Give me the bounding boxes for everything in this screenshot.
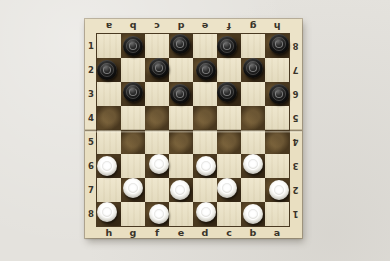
square-e5[interactable] (169, 130, 193, 154)
square-a3[interactable] (265, 82, 289, 106)
rank-label-left-1: 1 (85, 34, 97, 58)
file-label-top-d: d (169, 19, 193, 34)
square-a5[interactable] (265, 130, 289, 154)
square-d6[interactable] (193, 154, 217, 178)
white-piece-a7[interactable] (269, 180, 289, 200)
square-e8[interactable] (169, 202, 193, 226)
black-piece-g1[interactable] (123, 36, 143, 56)
white-piece-h8[interactable] (97, 202, 117, 222)
square-e6[interactable] (169, 154, 193, 178)
square-f5[interactable] (145, 130, 169, 154)
square-h8[interactable] (97, 202, 121, 226)
rank-label-right-3: 3 (289, 154, 302, 178)
square-f7[interactable] (145, 178, 169, 202)
square-g6[interactable] (121, 154, 145, 178)
square-a1[interactable] (265, 34, 289, 58)
square-a4[interactable] (265, 106, 289, 130)
file-label-top-a: a (97, 19, 121, 34)
file-label-bottom-d: d (193, 226, 217, 238)
square-f8[interactable] (145, 202, 169, 226)
square-d2[interactable] (193, 58, 217, 82)
square-d4[interactable] (193, 106, 217, 130)
white-piece-b8[interactable] (243, 204, 263, 224)
file-label-bottom-b: b (241, 226, 265, 238)
square-f1[interactable] (145, 34, 169, 58)
white-piece-h6[interactable] (97, 156, 117, 176)
square-a8[interactable] (265, 202, 289, 226)
rank-label-right-8: 8 (289, 34, 302, 58)
square-d7[interactable] (193, 178, 217, 202)
square-f2[interactable] (145, 58, 169, 82)
square-e4[interactable] (169, 106, 193, 130)
white-piece-d6[interactable] (196, 156, 216, 176)
black-piece-h2[interactable] (97, 60, 117, 80)
square-h3[interactable] (97, 82, 121, 106)
file-label-top-g: g (241, 19, 265, 34)
square-b7[interactable] (241, 178, 265, 202)
square-c3[interactable] (217, 82, 241, 106)
black-piece-a3[interactable] (269, 84, 289, 104)
black-piece-e3[interactable] (170, 84, 190, 104)
rank-label-left-5: 5 (85, 130, 97, 154)
black-piece-f2[interactable] (149, 58, 169, 78)
square-g5[interactable] (121, 130, 145, 154)
square-b3[interactable] (241, 82, 265, 106)
square-g7[interactable] (121, 178, 145, 202)
square-e2[interactable] (169, 58, 193, 82)
file-label-bottom-f: f (145, 226, 169, 238)
rank-label-right-7: 7 (289, 58, 302, 82)
square-h7[interactable] (97, 178, 121, 202)
white-piece-f6[interactable] (149, 154, 169, 174)
file-label-top-c: c (145, 19, 169, 34)
rank-labels-right: 12345678 (289, 34, 302, 226)
rank-label-left-4: 4 (85, 106, 97, 130)
file-labels-top: hgfedcba (97, 19, 289, 34)
square-b5[interactable] (241, 130, 265, 154)
rank-label-right-1: 1 (289, 202, 302, 226)
square-c4[interactable] (217, 106, 241, 130)
black-piece-d2[interactable] (196, 60, 216, 80)
square-c1[interactable] (217, 34, 241, 58)
rank-labels-left: 12345678 (85, 34, 97, 226)
square-g2[interactable] (121, 58, 145, 82)
file-label-bottom-a: a (265, 226, 289, 238)
black-piece-a1[interactable] (269, 34, 289, 54)
square-c2[interactable] (217, 58, 241, 82)
black-piece-c3[interactable] (217, 82, 237, 102)
square-g1[interactable] (121, 34, 145, 58)
square-h1[interactable] (97, 34, 121, 58)
square-h6[interactable] (97, 154, 121, 178)
file-labels-bottom: hgfedcba (97, 226, 289, 238)
square-h4[interactable] (97, 106, 121, 130)
rank-label-left-8: 8 (85, 202, 97, 226)
white-piece-b6[interactable] (243, 154, 263, 174)
square-e7[interactable] (169, 178, 193, 202)
white-piece-f8[interactable] (149, 204, 169, 224)
square-b1[interactable] (241, 34, 265, 58)
square-b8[interactable] (241, 202, 265, 226)
square-a2[interactable] (265, 58, 289, 82)
square-h2[interactable] (97, 58, 121, 82)
square-a6[interactable] (265, 154, 289, 178)
rank-label-right-6: 6 (289, 82, 302, 106)
file-label-top-e: e (193, 19, 217, 34)
photo-background: hgfedcba hgfedcba 12345678 12345678 (0, 0, 390, 261)
rank-label-left-7: 7 (85, 178, 97, 202)
white-piece-c7[interactable] (217, 178, 237, 198)
rank-label-left-3: 3 (85, 82, 97, 106)
square-g4[interactable] (121, 106, 145, 130)
rank-label-right-2: 2 (289, 178, 302, 202)
file-label-bottom-c: c (217, 226, 241, 238)
rank-label-left-2: 2 (85, 58, 97, 82)
square-d5[interactable] (193, 130, 217, 154)
square-b6[interactable] (241, 154, 265, 178)
square-d8[interactable] (193, 202, 217, 226)
square-c5[interactable] (217, 130, 241, 154)
square-a7[interactable] (265, 178, 289, 202)
white-piece-d8[interactable] (196, 202, 216, 222)
file-label-top-f: f (217, 19, 241, 34)
black-piece-e1[interactable] (170, 34, 190, 54)
square-e1[interactable] (169, 34, 193, 58)
black-piece-g3[interactable] (123, 82, 143, 102)
square-g8[interactable] (121, 202, 145, 226)
file-label-bottom-g: g (121, 226, 145, 238)
file-label-bottom-e: e (169, 226, 193, 238)
square-d3[interactable] (193, 82, 217, 106)
square-f6[interactable] (145, 154, 169, 178)
file-label-top-h: h (265, 19, 289, 34)
black-piece-c1[interactable] (217, 36, 237, 56)
square-f4[interactable] (145, 106, 169, 130)
square-d1[interactable] (193, 34, 217, 58)
black-piece-b2[interactable] (243, 58, 263, 78)
rank-label-left-6: 6 (85, 154, 97, 178)
square-c8[interactable] (217, 202, 241, 226)
square-h5[interactable] (97, 130, 121, 154)
rank-label-right-4: 4 (289, 130, 302, 154)
square-e3[interactable] (169, 82, 193, 106)
white-piece-e7[interactable] (170, 180, 190, 200)
file-label-top-b: b (121, 19, 145, 34)
rank-label-right-5: 5 (289, 106, 302, 130)
white-piece-g7[interactable] (123, 178, 143, 198)
play-area (97, 34, 289, 226)
square-g3[interactable] (121, 82, 145, 106)
square-b4[interactable] (241, 106, 265, 130)
checkers-board: hgfedcba hgfedcba 12345678 12345678 (85, 19, 302, 238)
file-label-bottom-h: h (97, 226, 121, 238)
square-f3[interactable] (145, 82, 169, 106)
square-c6[interactable] (217, 154, 241, 178)
square-c7[interactable] (217, 178, 241, 202)
square-b2[interactable] (241, 58, 265, 82)
